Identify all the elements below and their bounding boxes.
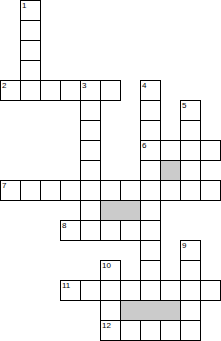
crossword-cell[interactable] bbox=[180, 160, 201, 181]
crossword-cell[interactable] bbox=[140, 220, 161, 241]
crossword-cell[interactable] bbox=[80, 200, 101, 221]
crossword-cell[interactable] bbox=[80, 280, 101, 301]
crossword-cell-shaded[interactable] bbox=[120, 200, 141, 221]
clue-number: 6 bbox=[142, 141, 146, 151]
crossword-grid: 123456789101112 bbox=[0, 0, 221, 341]
crossword-cell[interactable] bbox=[120, 320, 141, 341]
clue-number: 10 bbox=[102, 261, 111, 271]
crossword-cell[interactable] bbox=[80, 100, 101, 121]
crossword-cell[interactable] bbox=[160, 280, 181, 301]
crossword-cell[interactable]: 12 bbox=[100, 320, 121, 341]
clue-number: 9 bbox=[182, 241, 186, 251]
crossword-cell-shaded[interactable] bbox=[160, 300, 181, 321]
crossword-cell[interactable] bbox=[80, 160, 101, 181]
crossword-cell[interactable] bbox=[160, 320, 181, 341]
crossword-cell[interactable]: 1 bbox=[20, 0, 41, 21]
clue-number: 7 bbox=[2, 181, 6, 191]
crossword-cell[interactable] bbox=[120, 280, 141, 301]
crossword-cell-shaded[interactable] bbox=[120, 300, 141, 321]
clue-number: 12 bbox=[102, 321, 111, 331]
crossword-cell[interactable] bbox=[180, 300, 201, 321]
crossword-cell[interactable] bbox=[140, 280, 161, 301]
crossword-cell[interactable] bbox=[80, 140, 101, 161]
crossword-cell[interactable] bbox=[20, 60, 41, 81]
crossword-cell[interactable]: 8 bbox=[60, 220, 81, 241]
crossword-cell[interactable] bbox=[100, 280, 121, 301]
crossword-cell[interactable] bbox=[140, 120, 161, 141]
crossword-cell[interactable]: 6 bbox=[140, 140, 161, 161]
crossword-cell[interactable] bbox=[20, 180, 41, 201]
crossword-cell[interactable]: 2 bbox=[0, 80, 21, 101]
crossword-cell[interactable]: 4 bbox=[140, 80, 161, 101]
crossword-cell[interactable] bbox=[180, 120, 201, 141]
crossword-cell-shaded[interactable] bbox=[160, 160, 181, 181]
crossword-cell[interactable] bbox=[60, 180, 81, 201]
crossword-cell[interactable] bbox=[140, 260, 161, 281]
crossword-cell[interactable] bbox=[160, 140, 181, 161]
crossword-cell[interactable] bbox=[120, 220, 141, 241]
clue-number: 2 bbox=[2, 81, 6, 91]
crossword-cell[interactable] bbox=[100, 220, 121, 241]
crossword-cell[interactable] bbox=[20, 40, 41, 61]
crossword-cell[interactable] bbox=[180, 280, 201, 301]
crossword-cell[interactable] bbox=[200, 140, 221, 161]
crossword-cell[interactable]: 10 bbox=[100, 260, 121, 281]
crossword-cell[interactable] bbox=[20, 20, 41, 41]
crossword-cell-shaded[interactable] bbox=[100, 200, 121, 221]
crossword-cell[interactable]: 5 bbox=[180, 100, 201, 121]
clue-number: 4 bbox=[142, 81, 146, 91]
crossword-cell[interactable] bbox=[100, 180, 121, 201]
clue-number: 8 bbox=[62, 221, 66, 231]
crossword-cell[interactable] bbox=[200, 180, 221, 201]
crossword-cell[interactable]: 3 bbox=[80, 80, 101, 101]
crossword-cell[interactable] bbox=[40, 80, 61, 101]
crossword-cell[interactable] bbox=[160, 180, 181, 201]
crossword-cell[interactable] bbox=[140, 240, 161, 261]
clue-number: 5 bbox=[182, 101, 186, 111]
crossword-cell[interactable] bbox=[120, 180, 141, 201]
crossword-cell[interactable] bbox=[140, 100, 161, 121]
crossword-cell[interactable] bbox=[180, 320, 201, 341]
crossword-cell[interactable] bbox=[200, 280, 221, 301]
crossword-cell[interactable]: 11 bbox=[60, 280, 81, 301]
crossword-cell[interactable] bbox=[140, 180, 161, 201]
clue-number: 3 bbox=[82, 81, 86, 91]
crossword-cell[interactable]: 7 bbox=[0, 180, 21, 201]
crossword-cell[interactable] bbox=[140, 160, 161, 181]
clue-number: 11 bbox=[62, 281, 70, 291]
crossword-cell[interactable] bbox=[40, 180, 61, 201]
crossword-cell[interactable] bbox=[60, 80, 81, 101]
crossword-cell[interactable]: 9 bbox=[180, 240, 201, 261]
crossword-cell[interactable] bbox=[20, 80, 41, 101]
crossword-cell[interactable] bbox=[140, 200, 161, 221]
crossword-cell[interactable] bbox=[80, 220, 101, 241]
crossword-cell[interactable] bbox=[180, 140, 201, 161]
crossword-cell[interactable] bbox=[80, 120, 101, 141]
crossword-cell[interactable] bbox=[100, 300, 121, 321]
crossword-cell-shaded[interactable] bbox=[140, 300, 161, 321]
clue-number: 1 bbox=[22, 1, 26, 11]
crossword-cell[interactable] bbox=[80, 180, 101, 201]
crossword-cell[interactable] bbox=[100, 80, 121, 101]
crossword-cell[interactable] bbox=[140, 320, 161, 341]
crossword-cell[interactable] bbox=[180, 180, 201, 201]
crossword-cell[interactable] bbox=[180, 260, 201, 281]
